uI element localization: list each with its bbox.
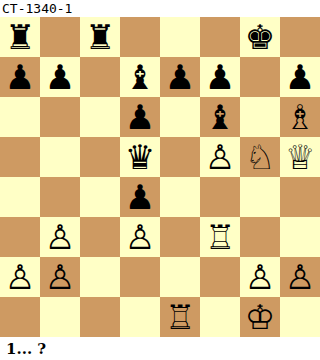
square-a8[interactable]: ♜ — [0, 17, 40, 57]
black-queen-piece[interactable]: ♛ — [125, 137, 155, 177]
square-b8[interactable] — [40, 17, 80, 57]
square-h1[interactable] — [280, 297, 320, 337]
square-g2[interactable]: ♙ — [240, 257, 280, 297]
white-knight-piece[interactable]: ♘ — [245, 137, 275, 177]
white-bishop-piece[interactable]: ♗ — [285, 97, 315, 137]
black-pawn-piece[interactable]: ♟ — [125, 177, 155, 217]
square-b6[interactable] — [40, 97, 80, 137]
square-f5[interactable]: ♙ — [200, 137, 240, 177]
square-c5[interactable] — [80, 137, 120, 177]
white-pawn-piece[interactable]: ♙ — [245, 257, 275, 297]
square-b7[interactable]: ♟ — [40, 57, 80, 97]
white-pawn-piece[interactable]: ♙ — [5, 257, 35, 297]
square-h6[interactable]: ♗ — [280, 97, 320, 137]
white-pawn-piece[interactable]: ♙ — [285, 257, 315, 297]
square-g1[interactable]: ♔ — [240, 297, 280, 337]
square-a7[interactable]: ♟ — [0, 57, 40, 97]
black-bishop-piece[interactable]: ♝ — [125, 57, 155, 97]
square-f3[interactable]: ♖ — [200, 217, 240, 257]
square-g7[interactable] — [240, 57, 280, 97]
square-d7[interactable]: ♝ — [120, 57, 160, 97]
black-rook-piece[interactable]: ♜ — [85, 17, 115, 57]
square-c8[interactable]: ♜ — [80, 17, 120, 57]
square-f8[interactable] — [200, 17, 240, 57]
white-pawn-piece[interactable]: ♙ — [205, 137, 235, 177]
square-g5[interactable]: ♘ — [240, 137, 280, 177]
square-b5[interactable] — [40, 137, 80, 177]
square-a3[interactable] — [0, 217, 40, 257]
square-h2[interactable]: ♙ — [280, 257, 320, 297]
move-prompt-label: 1... ? — [6, 340, 46, 358]
square-e4[interactable] — [160, 177, 200, 217]
square-b2[interactable]: ♙ — [40, 257, 80, 297]
square-c3[interactable] — [80, 217, 120, 257]
title-bar: CT-1340-1 — [0, 0, 320, 17]
black-pawn-piece[interactable]: ♟ — [285, 57, 315, 97]
black-pawn-piece[interactable]: ♟ — [5, 57, 35, 97]
square-c4[interactable] — [80, 177, 120, 217]
white-rook-piece[interactable]: ♖ — [205, 217, 235, 257]
square-e6[interactable] — [160, 97, 200, 137]
square-g6[interactable] — [240, 97, 280, 137]
square-a2[interactable]: ♙ — [0, 257, 40, 297]
white-pawn-piece[interactable]: ♙ — [125, 217, 155, 257]
square-c6[interactable] — [80, 97, 120, 137]
square-d4[interactable]: ♟ — [120, 177, 160, 217]
square-b4[interactable] — [40, 177, 80, 217]
puzzle-id-label: CT-1340-1 — [2, 1, 72, 16]
square-a4[interactable] — [0, 177, 40, 217]
square-f7[interactable]: ♟ — [200, 57, 240, 97]
square-e5[interactable] — [160, 137, 200, 177]
black-bishop-piece[interactable]: ♝ — [205, 97, 235, 137]
square-h7[interactable]: ♟ — [280, 57, 320, 97]
square-g3[interactable] — [240, 217, 280, 257]
square-g4[interactable] — [240, 177, 280, 217]
square-f6[interactable]: ♝ — [200, 97, 240, 137]
square-c1[interactable] — [80, 297, 120, 337]
square-c2[interactable] — [80, 257, 120, 297]
square-d8[interactable] — [120, 17, 160, 57]
black-pawn-piece[interactable]: ♟ — [165, 57, 195, 97]
square-d2[interactable] — [120, 257, 160, 297]
square-h3[interactable] — [280, 217, 320, 257]
square-h5[interactable]: ♕ — [280, 137, 320, 177]
white-queen-piece[interactable]: ♕ — [285, 137, 315, 177]
chess-board[interactable]: ♜♜♚♟♟♝♟♟♟♟♝♗♛♙♘♕♟♙♙♖♙♙♙♙♖♔ — [0, 17, 320, 337]
footer-bar: 1... ? — [0, 337, 320, 360]
square-a6[interactable] — [0, 97, 40, 137]
white-pawn-piece[interactable]: ♙ — [45, 217, 75, 257]
black-pawn-piece[interactable]: ♟ — [125, 97, 155, 137]
square-e2[interactable] — [160, 257, 200, 297]
black-king-piece[interactable]: ♚ — [245, 17, 275, 57]
square-d6[interactable]: ♟ — [120, 97, 160, 137]
square-f2[interactable] — [200, 257, 240, 297]
square-e7[interactable]: ♟ — [160, 57, 200, 97]
square-a1[interactable] — [0, 297, 40, 337]
square-h4[interactable] — [280, 177, 320, 217]
square-b1[interactable] — [40, 297, 80, 337]
black-pawn-piece[interactable]: ♟ — [45, 57, 75, 97]
white-king-piece[interactable]: ♔ — [245, 297, 275, 337]
square-h8[interactable] — [280, 17, 320, 57]
square-g8[interactable]: ♚ — [240, 17, 280, 57]
white-rook-piece[interactable]: ♖ — [165, 297, 195, 337]
square-f4[interactable] — [200, 177, 240, 217]
square-e8[interactable] — [160, 17, 200, 57]
square-a5[interactable] — [0, 137, 40, 177]
square-c7[interactable] — [80, 57, 120, 97]
square-d5[interactable]: ♛ — [120, 137, 160, 177]
chess-diagram-window: CT-1340-1 ♜♜♚♟♟♝♟♟♟♟♝♗♛♙♘♕♟♙♙♖♙♙♙♙♖♔ 1..… — [0, 0, 320, 360]
white-pawn-piece[interactable]: ♙ — [45, 257, 75, 297]
square-b3[interactable]: ♙ — [40, 217, 80, 257]
square-e1[interactable]: ♖ — [160, 297, 200, 337]
square-f1[interactable] — [200, 297, 240, 337]
black-pawn-piece[interactable]: ♟ — [205, 57, 235, 97]
black-rook-piece[interactable]: ♜ — [5, 17, 35, 57]
square-e3[interactable] — [160, 217, 200, 257]
square-d1[interactable] — [120, 297, 160, 337]
square-d3[interactable]: ♙ — [120, 217, 160, 257]
